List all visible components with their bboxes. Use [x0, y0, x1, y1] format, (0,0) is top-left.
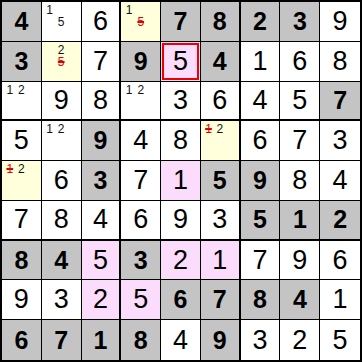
- cell-r8c8[interactable]: 4: [280, 280, 320, 320]
- cell-r6c9[interactable]: 2: [320, 201, 360, 241]
- candidate-marks: 25: [43, 43, 80, 80]
- cell-r6c7[interactable]: 5: [241, 201, 281, 241]
- cell-r3c3[interactable]: 8: [82, 82, 122, 122]
- given-digit: 2: [253, 9, 267, 34]
- given-digit: 6: [14, 328, 28, 353]
- cell-r2c6[interactable]: 4: [201, 42, 241, 82]
- entered-digit: 9: [14, 286, 29, 313]
- given-digit: 9: [213, 328, 227, 353]
- entered-digit: 6: [253, 127, 268, 154]
- cell-r8c5[interactable]: 6: [161, 280, 201, 320]
- candidate-marks: 15: [122, 3, 159, 40]
- entered-digit: 4: [333, 167, 348, 194]
- entered-digit: 1: [173, 167, 188, 194]
- cell-r7c8[interactable]: 9: [280, 241, 320, 281]
- cell-r9c1[interactable]: 6: [2, 320, 42, 360]
- cell-r4c7[interactable]: 6: [241, 121, 281, 161]
- cell-r1c2[interactable]: 15: [42, 2, 82, 42]
- cell-r1c4[interactable]: 15: [121, 2, 161, 42]
- entered-digit: 5: [14, 127, 29, 154]
- given-digit: 5: [213, 168, 227, 193]
- entered-digit: 8: [54, 206, 69, 233]
- cell-r8c4[interactable]: 5: [121, 280, 161, 320]
- entered-digit: 5: [133, 286, 148, 313]
- given-digit: 3: [134, 248, 148, 273]
- cell-r3c7[interactable]: 4: [241, 82, 281, 122]
- entered-digit: 2: [93, 286, 108, 313]
- entered-digit: 2: [292, 327, 307, 354]
- entered-digit: 5: [333, 327, 348, 354]
- entered-digit: 4: [173, 327, 188, 354]
- cell-r5c5[interactable]: 1: [161, 161, 201, 201]
- cell-r7c4[interactable]: 3: [121, 241, 161, 281]
- candidate: 1: [44, 123, 56, 135]
- entered-digit: 4: [133, 127, 148, 154]
- entered-digit: 1: [212, 247, 227, 274]
- given-digit: 1: [293, 207, 307, 232]
- cell-r7c7[interactable]: 7: [241, 241, 281, 281]
- entered-digit: 8: [333, 48, 348, 75]
- candidate-marks: 12: [3, 162, 40, 199]
- entered-digit: 3: [333, 127, 348, 154]
- entered-digit: 3: [54, 286, 69, 313]
- cell-r9c9[interactable]: 5: [320, 320, 360, 360]
- entered-digit: 6: [93, 8, 108, 35]
- given-digit: 9: [134, 49, 148, 74]
- given-digit: 7: [54, 328, 68, 353]
- cell-r8c7[interactable]: 8: [241, 280, 281, 320]
- entered-digit: 3: [212, 206, 227, 233]
- cell-r3c1[interactable]: 12: [2, 82, 42, 122]
- cell-r3c9[interactable]: 7: [320, 82, 360, 122]
- entered-digit: 9: [292, 247, 307, 274]
- candidate: 1: [4, 84, 16, 96]
- entered-digit: 9: [54, 87, 69, 114]
- cell-r4c2[interactable]: 12: [42, 121, 82, 161]
- cell-r9c4[interactable]: 8: [121, 320, 161, 360]
- cell-r9c2[interactable]: 7: [42, 320, 82, 360]
- given-digit: 7: [333, 88, 347, 113]
- given-digit: 1: [93, 328, 107, 353]
- cell-r4c5[interactable]: 8: [161, 121, 201, 161]
- given-digit: 4: [14, 9, 28, 34]
- given-digit: 5: [253, 207, 267, 232]
- given-digit: 2: [333, 207, 347, 232]
- entered-digit: 6: [212, 87, 227, 114]
- cell-r9c7[interactable]: 3: [241, 320, 281, 360]
- candidate: 2: [214, 123, 225, 135]
- given-digit: 9: [253, 168, 267, 193]
- cell-r8c3[interactable]: 2: [82, 280, 122, 320]
- given-digit: 7: [174, 9, 188, 34]
- eliminated-candidate: 1: [203, 123, 214, 135]
- cell-r6c6[interactable]: 3: [201, 201, 241, 241]
- given-digit: 8: [14, 248, 28, 273]
- given-digit: 3: [93, 168, 107, 193]
- cell-r1c5[interactable]: 7: [161, 2, 201, 42]
- entered-digit: 6: [333, 247, 348, 274]
- given-digit: 3: [293, 9, 307, 34]
- cell-r9c8[interactable]: 2: [280, 320, 320, 360]
- candidate: 2: [16, 84, 28, 96]
- candidate: 2: [135, 84, 147, 96]
- candidate-marks: 12: [122, 83, 159, 119]
- candidate-marks: 12: [202, 122, 238, 159]
- entered-digit: 1: [253, 48, 268, 75]
- entered-digit: 8: [173, 127, 188, 154]
- cell-r3c6[interactable]: 6: [201, 82, 241, 122]
- entered-digit: 1: [333, 286, 348, 313]
- cell-r8c2[interactable]: 3: [42, 280, 82, 320]
- cell-r7c5[interactable]: 2: [161, 241, 201, 281]
- given-digit: 7: [213, 287, 227, 312]
- candidate: 1: [123, 4, 135, 16]
- cell-r2c8[interactable]: 6: [280, 42, 320, 82]
- entered-digit: 4: [253, 87, 268, 114]
- cell-r2c4[interactable]: 9: [121, 42, 161, 82]
- cell-r3c2[interactable]: 9: [42, 82, 82, 122]
- cell-r2c7[interactable]: 1: [241, 42, 281, 82]
- sudoku-board: 4156157823932579541681298123645751294812…: [0, 0, 362, 362]
- cell-r5c4[interactable]: 7: [121, 161, 161, 201]
- cell-r4c8[interactable]: 7: [280, 121, 320, 161]
- given-digit: 8: [253, 287, 267, 312]
- cell-r2c2[interactable]: 25: [42, 42, 82, 82]
- cell-r3c8[interactable]: 5: [280, 82, 320, 122]
- cell-r7c3[interactable]: 5: [82, 241, 122, 281]
- cell-r9c6[interactable]: 9: [201, 320, 241, 360]
- eliminated-candidate: 1: [4, 163, 16, 175]
- given-digit: 4: [293, 287, 307, 312]
- cell-r1c8[interactable]: 3: [280, 2, 320, 42]
- entered-digit: 7: [253, 247, 268, 274]
- cell-r4c1[interactable]: 5: [2, 121, 42, 161]
- cell-r2c9[interactable]: 8: [320, 42, 360, 82]
- given-digit: 9: [93, 128, 107, 153]
- candidate: 1: [44, 4, 56, 16]
- cell-r4c4[interactable]: 4: [121, 121, 161, 161]
- candidate: 2: [55, 44, 67, 56]
- cell-r6c8[interactable]: 1: [280, 201, 320, 241]
- cell-r8c6[interactable]: 7: [201, 280, 241, 320]
- cell-r5c9[interactable]: 4: [320, 161, 360, 201]
- entered-digit: 5: [93, 247, 108, 274]
- entered-digit: 3: [173, 87, 188, 114]
- given-digit: 4: [213, 49, 227, 74]
- cell-r8c9[interactable]: 1: [320, 280, 360, 320]
- candidate: 2: [16, 163, 28, 175]
- entered-digit: 6: [54, 167, 69, 194]
- given-digit: 8: [134, 328, 148, 353]
- cell-r4c3[interactable]: 9: [82, 121, 122, 161]
- entered-digit: 9: [173, 206, 188, 233]
- entered-digit: 7: [93, 48, 108, 75]
- eliminated-candidate: 5: [135, 16, 147, 28]
- cell-r6c3[interactable]: 4: [82, 201, 122, 241]
- cell-r7c9[interactable]: 6: [320, 241, 360, 281]
- entered-digit: 4: [93, 206, 108, 233]
- cell-r5c2[interactable]: 6: [42, 161, 82, 201]
- cell-r1c3[interactable]: 6: [82, 2, 122, 42]
- entered-digit: 8: [292, 167, 307, 194]
- cell-r6c5[interactable]: 9: [161, 201, 201, 241]
- candidate: 1: [123, 84, 135, 96]
- given-digit: 6: [174, 287, 188, 312]
- candidate-marks: 15: [43, 3, 80, 40]
- cell-r5c3[interactable]: 3: [82, 161, 122, 201]
- entered-digit: 7: [133, 167, 148, 194]
- cell-r5c6[interactable]: 5: [201, 161, 241, 201]
- cell-r5c7[interactable]: 9: [241, 161, 281, 201]
- candidate: 5: [55, 16, 67, 28]
- candidate: 2: [55, 123, 67, 135]
- cell-r1c6[interactable]: 8: [201, 2, 241, 42]
- cell-r9c3[interactable]: 1: [82, 320, 122, 360]
- cell-r4c6[interactable]: 12: [201, 121, 241, 161]
- cell-r6c1[interactable]: 7: [2, 201, 42, 241]
- entered-digit: 9: [333, 8, 348, 35]
- entered-digit: 6: [133, 206, 148, 233]
- entered-digit: 5: [292, 87, 307, 114]
- cell-r4c9[interactable]: 3: [320, 121, 360, 161]
- entered-digit: 3: [253, 327, 268, 354]
- cell-r7c1[interactable]: 8: [2, 241, 42, 281]
- cell-r8c1[interactable]: 9: [2, 280, 42, 320]
- cell-r1c9[interactable]: 9: [320, 2, 360, 42]
- cell-r6c4[interactable]: 6: [121, 201, 161, 241]
- cell-r3c4[interactable]: 12: [121, 82, 161, 122]
- cell-r2c5[interactable]: 5: [161, 42, 201, 82]
- entered-digit: 2: [173, 247, 188, 274]
- cell-r9c5[interactable]: 4: [161, 320, 201, 360]
- cell-r6c2[interactable]: 8: [42, 201, 82, 241]
- entered-digit: 6: [292, 48, 307, 75]
- entered-digit: 7: [14, 206, 29, 233]
- cell-r2c1[interactable]: 3: [2, 42, 42, 82]
- cell-r2c3[interactable]: 7: [82, 42, 122, 82]
- given-digit: 8: [213, 9, 227, 34]
- given-digit: 3: [14, 49, 28, 74]
- cell-r5c1[interactable]: 12: [2, 161, 42, 201]
- entered-digit: 8: [93, 87, 108, 114]
- cell-r1c1[interactable]: 4: [2, 2, 42, 42]
- cell-r5c8[interactable]: 8: [280, 161, 320, 201]
- entered-digit: 5: [173, 48, 188, 75]
- cell-r3c5[interactable]: 3: [161, 82, 201, 122]
- cell-r7c6[interactable]: 1: [201, 241, 241, 281]
- cell-r7c2[interactable]: 4: [42, 241, 82, 281]
- given-digit: 4: [54, 248, 68, 273]
- entered-digit: 7: [292, 127, 307, 154]
- eliminated-candidate: 5: [55, 56, 67, 68]
- cell-r1c7[interactable]: 2: [241, 2, 281, 42]
- candidate-marks: 12: [43, 122, 80, 159]
- candidate-marks: 12: [3, 83, 40, 119]
